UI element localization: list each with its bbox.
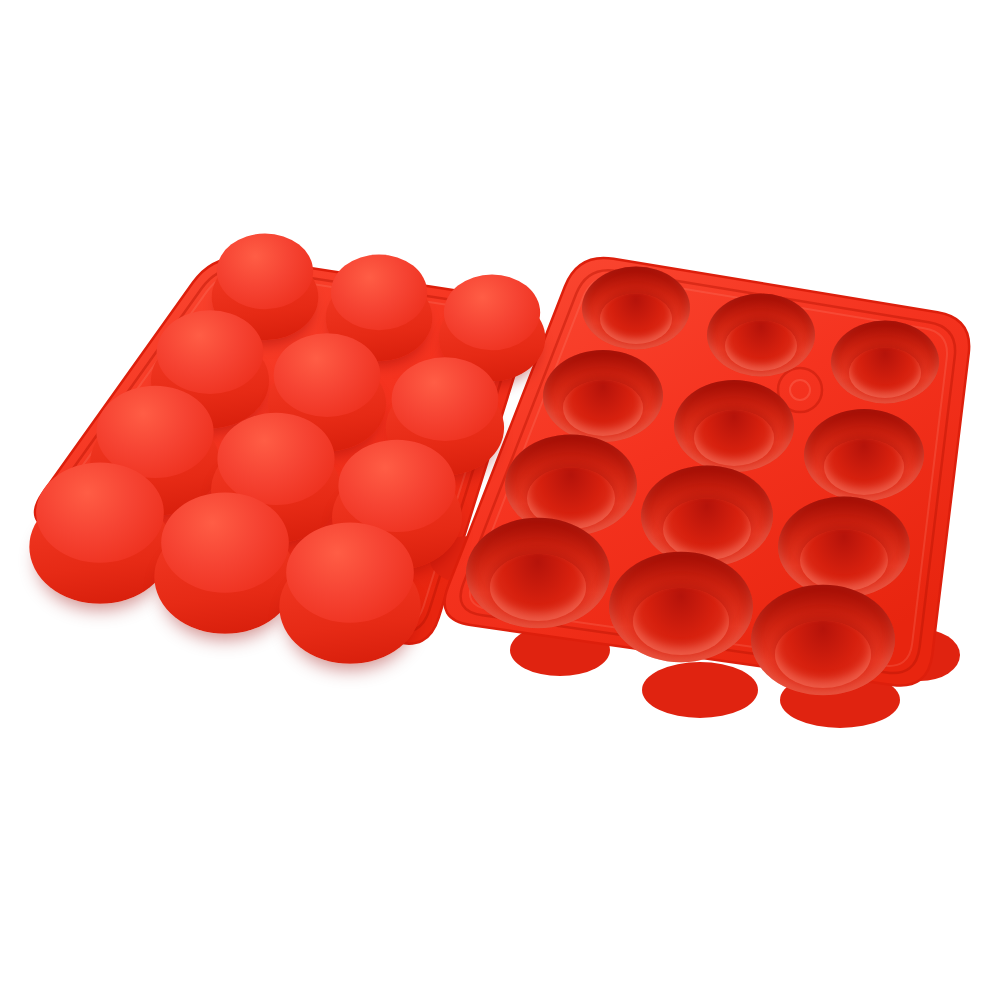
cavity-floor (775, 621, 871, 688)
cavity-floor (725, 321, 797, 371)
cavity-floor (800, 530, 888, 592)
cavity-floor (663, 498, 751, 560)
cavities-layer (0, 0, 1000, 1000)
cavity-floor (633, 587, 729, 654)
cavity-floor (490, 554, 586, 621)
cavity-floor (694, 410, 774, 466)
cavity-floor (600, 294, 672, 344)
cavity-floor (824, 439, 904, 495)
product-photo (0, 0, 1000, 1000)
cavity-floor (563, 380, 643, 436)
cavity-floor (849, 348, 921, 398)
